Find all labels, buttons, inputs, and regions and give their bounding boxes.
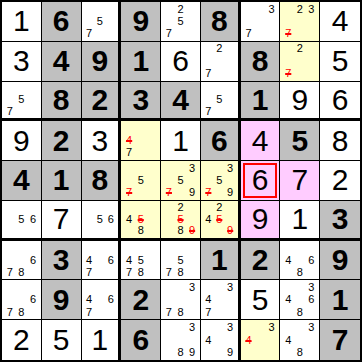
candidate-7: 7 [4, 266, 16, 278]
candidate-grid: 37 [241, 2, 280, 41]
candidate-5: 5 [94, 213, 105, 225]
given-digit: 9 [53, 285, 70, 315]
candidate-6: 6 [27, 254, 39, 266]
cell-r4c2[interactable]: 2 [42, 121, 82, 161]
cell-r7c1[interactable]: 678 [2, 241, 42, 281]
given-digit: 1 [132, 46, 149, 76]
solved-digit: 7 [291, 165, 308, 195]
cell-r4c8[interactable]: 5 [280, 121, 320, 161]
cell-r8c5[interactable]: 378 [161, 280, 201, 320]
solved-digit: 8 [332, 126, 349, 156]
cell-r2c7[interactable]: 8 [241, 42, 281, 82]
eliminated-candidate-9: 9 [186, 225, 198, 237]
eliminated-candidate-7: 7 [282, 67, 294, 79]
cell-r6c1[interactable]: 56 [2, 201, 42, 241]
candidate-4: 4 [203, 334, 214, 347]
candidate-7: 7 [84, 266, 95, 278]
cell-r1c8[interactable]: 237 [280, 2, 320, 42]
given-digit: 6 [211, 126, 228, 156]
solved-digit: 9 [252, 204, 269, 234]
cell-r8c2[interactable]: 9 [42, 280, 82, 320]
given-digit: 6 [53, 6, 70, 36]
cell-r7c2[interactable]: 3 [42, 241, 82, 281]
given-digit: 4 [172, 85, 189, 115]
cell-r6c3[interactable]: 56 [82, 201, 122, 241]
cell-r9c7[interactable]: 34 [241, 320, 281, 360]
candidate-6: 6 [105, 213, 116, 225]
cell-r2c8[interactable]: 27 [280, 42, 320, 82]
cell-r4c7[interactable]: 4 [241, 121, 281, 161]
cell-r9c2[interactable]: 5 [42, 320, 82, 360]
candidate-grid: 3468 [280, 280, 319, 319]
candidate-4: 4 [282, 294, 294, 306]
candidate-grid: 389 [161, 320, 200, 360]
eliminated-candidate-5: 5 [214, 213, 225, 225]
candidate-7: 7 [163, 28, 175, 40]
candidate-3: 3 [186, 321, 198, 334]
candidate-3: 3 [266, 3, 278, 15]
candidate-5: 5 [214, 94, 225, 106]
cell-r2c9[interactable]: 5 [320, 42, 360, 82]
eliminated-candidate-9: 9 [225, 225, 236, 237]
candidate-7: 7 [84, 306, 95, 318]
candidate-grid: 347 [201, 280, 238, 319]
candidate-grid: 3597 [201, 161, 238, 200]
candidate-grid: 57 [121, 161, 160, 200]
given-digit: 8 [92, 165, 109, 195]
candidate-7: 7 [123, 266, 135, 278]
candidate-grid: 27 [201, 42, 238, 81]
candidate-8: 8 [135, 225, 147, 237]
eliminated-candidate-7: 7 [282, 28, 294, 40]
candidate-8: 8 [294, 346, 306, 359]
candidate-6: 6 [27, 213, 39, 225]
solved-digit: 1 [13, 6, 30, 36]
cell-r1c4[interactable]: 9 [121, 2, 161, 42]
cell-r6c9[interactable]: 3 [320, 201, 360, 241]
candidate-7: 7 [4, 106, 16, 118]
candidate-4: 4 [84, 254, 95, 266]
given-digit: 2 [53, 126, 70, 156]
cell-r2c4[interactable]: 1 [121, 42, 161, 82]
cell-r4c6[interactable]: 6 [201, 121, 241, 161]
solved-digit: 5 [332, 46, 349, 76]
cell-r1c2[interactable]: 6 [42, 2, 82, 42]
candidate-8: 8 [175, 306, 187, 318]
cell-r7c7[interactable]: 2 [241, 241, 281, 281]
cell-r4c4[interactable]: 74 [121, 121, 161, 161]
given-digit: 4 [13, 165, 30, 195]
candidate-grid: 467 [82, 280, 119, 319]
candidate-grid: 467 [82, 241, 119, 280]
candidate-4: 4 [203, 213, 214, 225]
solved-digit: 3 [92, 126, 109, 156]
cell-r8c6[interactable]: 347 [201, 280, 241, 320]
candidate-grid: 74 [121, 121, 160, 160]
given-digit: 3 [53, 245, 70, 275]
solved-digit: 4 [252, 126, 269, 156]
candidate-grid: 56 [2, 201, 41, 238]
candidate-7: 7 [163, 306, 175, 318]
candidate-5: 5 [214, 174, 225, 186]
cell-r7c5[interactable]: 578 [161, 241, 201, 281]
cell-r2c6[interactable]: 27 [201, 42, 241, 82]
cell-r3c1[interactable]: 57 [2, 82, 42, 122]
given-digit: 8 [53, 85, 70, 115]
candidate-6: 6 [27, 294, 39, 306]
candidate-3: 3 [225, 281, 236, 293]
solved-digit: 2 [332, 165, 349, 195]
candidate-grid: 27 [280, 42, 319, 81]
given-digit: 8 [211, 6, 228, 36]
candidate-8: 8 [175, 346, 187, 359]
solved-digit: 6 [252, 165, 269, 195]
candidate-8: 8 [175, 266, 187, 278]
cell-r2c3[interactable]: 9 [82, 42, 122, 82]
candidate-7: 7 [123, 147, 135, 159]
candidate-5: 5 [16, 94, 28, 106]
candidate-grid: 678 [2, 280, 41, 319]
candidate-4: 4 [123, 254, 135, 266]
candidate-grid: 578 [161, 241, 200, 280]
cell-r3c2[interactable]: 8 [42, 82, 82, 122]
given-digit: 9 [92, 46, 109, 76]
candidate-grid: 348 [280, 320, 319, 360]
given-digit: 3 [132, 85, 149, 115]
cell-r5c8[interactable]: 7 [280, 161, 320, 201]
candidate-9: 9 [186, 187, 198, 199]
cell-r6c2[interactable]: 7 [42, 201, 82, 241]
given-digit: 8 [252, 46, 269, 76]
cell-r6c5[interactable]: 2859 [161, 201, 201, 241]
eliminated-candidate-5: 5 [175, 213, 187, 225]
cell-r1c7[interactable]: 37 [241, 2, 281, 42]
candidate-8: 8 [175, 225, 187, 237]
cell-r2c5[interactable]: 6 [161, 42, 201, 82]
cell-r7c4[interactable]: 4578 [121, 241, 161, 281]
cell-r5c6[interactable]: 3597 [201, 161, 241, 201]
cell-r3c6[interactable]: 57 [201, 82, 241, 122]
cell-r7c8[interactable]: 468 [280, 241, 320, 281]
cell-r4c1[interactable]: 9 [2, 121, 42, 161]
cell-r9c5[interactable]: 389 [161, 320, 201, 360]
cell-r8c8[interactable]: 3468 [280, 280, 320, 320]
given-digit: 1 [53, 165, 70, 195]
candidate-8: 8 [16, 306, 28, 318]
candidate-3: 3 [186, 162, 198, 174]
candidate-4: 4 [84, 294, 95, 306]
candidate-8: 8 [294, 266, 306, 278]
cell-r6c6[interactable]: 2459 [201, 201, 241, 241]
eliminated-candidate-7: 7 [163, 187, 175, 199]
given-digit: 9 [332, 245, 349, 275]
candidate-7: 7 [203, 67, 214, 79]
cell-r3c3[interactable]: 2 [82, 82, 122, 122]
cell-r4c5[interactable]: 1 [161, 121, 201, 161]
cell-r2c1[interactable]: 3 [2, 42, 42, 82]
cell-r7c9[interactable]: 9 [320, 241, 360, 281]
cell-r5c7[interactable]: 6 [241, 161, 281, 201]
cell-r5c5[interactable]: 3597 [161, 161, 201, 201]
cell-r3c9[interactable]: 6 [320, 82, 360, 122]
cell-r6c8[interactable]: 1 [280, 201, 320, 241]
eliminated-candidate-7: 7 [203, 187, 214, 199]
cell-r8c7[interactable]: 5 [241, 280, 281, 320]
candidate-grid: 3597 [161, 161, 200, 200]
cell-r5c9[interactable]: 2 [320, 161, 360, 201]
given-digit: 5 [291, 126, 308, 156]
given-digit: 9 [132, 6, 149, 36]
given-digit: 1 [252, 85, 269, 115]
candidate-6: 6 [105, 254, 116, 266]
given-digit: 2 [132, 285, 149, 315]
candidate-9: 9 [186, 346, 198, 359]
cell-r3c7[interactable]: 1 [241, 82, 281, 122]
candidate-2: 2 [294, 43, 306, 55]
candidate-2: 2 [175, 202, 187, 214]
candidate-3: 3 [306, 3, 318, 15]
candidate-grid: 56 [82, 201, 119, 238]
candidate-3: 3 [306, 281, 318, 293]
solved-digit: 2 [13, 325, 30, 355]
candidate-grid: 2859 [161, 201, 200, 238]
candidate-grid: 57 [2, 82, 41, 119]
candidate-2: 2 [214, 43, 225, 55]
candidate-9: 9 [225, 187, 236, 199]
candidate-6: 6 [105, 294, 116, 306]
cell-r8c3[interactable]: 467 [82, 280, 122, 320]
candidate-8: 8 [135, 266, 147, 278]
solved-digit: 1 [92, 325, 109, 355]
cell-r5c3[interactable]: 8 [82, 161, 122, 201]
cell-r9c8[interactable]: 348 [280, 320, 320, 360]
candidate-7: 7 [243, 28, 255, 40]
candidate-grid: 485 [121, 201, 160, 238]
solved-digit: 9 [291, 85, 308, 115]
candidate-5: 5 [175, 254, 187, 266]
solved-digit: 1 [291, 204, 308, 234]
given-digit: 1 [211, 245, 228, 275]
given-digit: 4 [53, 46, 70, 76]
candidate-3: 3 [225, 321, 236, 334]
candidate-grid: 257 [161, 2, 200, 41]
candidate-7: 7 [203, 106, 214, 118]
given-digit: 2 [252, 245, 269, 275]
candidate-grid: 34 [241, 320, 280, 360]
cell-r1c9[interactable]: 4 [320, 2, 360, 42]
solved-digit: 5 [252, 285, 269, 315]
cell-r9c4[interactable]: 6 [121, 320, 161, 360]
eliminated-candidate-4: 4 [243, 334, 255, 347]
candidate-5: 5 [135, 254, 147, 266]
cell-r6c4[interactable]: 485 [121, 201, 161, 241]
given-digit: 2 [92, 85, 109, 115]
candidate-grid: 57 [82, 2, 119, 41]
solved-digit: 3 [13, 46, 30, 76]
solved-digit: 9 [13, 126, 30, 156]
cell-r5c4[interactable]: 57 [121, 161, 161, 201]
cell-r6c7[interactable]: 9 [241, 201, 281, 241]
candidate-3: 3 [186, 281, 198, 293]
solved-digit: 5 [53, 325, 70, 355]
candidate-6: 6 [306, 254, 318, 266]
eliminated-candidate-7: 7 [123, 187, 135, 199]
candidate-5: 5 [175, 174, 187, 186]
candidate-grid: 237 [280, 2, 319, 41]
candidate-4: 4 [282, 254, 294, 266]
candidate-3: 3 [306, 321, 318, 334]
candidate-6: 6 [306, 294, 318, 306]
solved-digit: 1 [172, 126, 189, 156]
cell-r9c6[interactable]: 349 [201, 320, 241, 360]
candidate-3: 3 [225, 162, 236, 174]
cell-r1c1[interactable]: 1 [2, 2, 42, 42]
candidate-7: 7 [4, 306, 16, 318]
cell-r4c9[interactable]: 8 [320, 121, 360, 161]
candidate-grid: 468 [280, 241, 319, 280]
candidate-grid: 57 [201, 82, 238, 119]
eliminated-candidate-5: 5 [135, 213, 147, 225]
candidate-grid: 678 [2, 241, 41, 280]
cell-r7c6[interactable]: 1 [201, 241, 241, 281]
given-digit: 1 [332, 285, 349, 315]
cell-r5c1[interactable]: 4 [2, 161, 42, 201]
given-digit: 3 [332, 204, 349, 234]
solved-digit: 7 [53, 204, 70, 234]
candidate-7: 7 [203, 306, 214, 318]
cell-r9c3[interactable]: 1 [82, 320, 122, 360]
sudoku-board: 1657925783723743491627827557823457196923… [0, 0, 362, 362]
cell-r9c9[interactable]: 7 [320, 320, 360, 360]
candidate-4: 4 [282, 334, 294, 347]
cell-r3c4[interactable]: 3 [121, 82, 161, 122]
solved-digit: 4 [332, 6, 349, 36]
solved-digit: 6 [332, 85, 349, 115]
cell-r4c3[interactable]: 3 [82, 121, 122, 161]
solved-digit: 6 [172, 46, 189, 76]
given-digit: 7 [332, 325, 349, 355]
cell-r8c9[interactable]: 1 [320, 280, 360, 320]
cell-r8c1[interactable]: 678 [2, 280, 42, 320]
candidate-grid: 4578 [121, 241, 160, 280]
candidate-2: 2 [294, 3, 306, 15]
candidate-3: 3 [266, 321, 278, 334]
candidate-7: 7 [84, 28, 95, 40]
candidate-5: 5 [16, 213, 28, 225]
cell-r5c2[interactable]: 1 [42, 161, 82, 201]
eliminated-candidate-4: 4 [123, 135, 135, 147]
cell-r1c6[interactable]: 8 [201, 2, 241, 42]
candidate-4: 4 [203, 294, 214, 306]
candidate-4: 4 [123, 213, 135, 225]
given-digit: 6 [132, 325, 149, 355]
candidate-2: 2 [175, 3, 187, 15]
cell-r2c2[interactable]: 4 [42, 42, 82, 82]
cell-r3c5[interactable]: 4 [161, 82, 201, 122]
candidate-8: 8 [294, 306, 306, 318]
candidate-5: 5 [135, 174, 147, 186]
candidate-5: 5 [94, 15, 105, 27]
candidate-8: 8 [16, 266, 28, 278]
cell-r1c5[interactable]: 257 [161, 2, 201, 42]
candidate-grid: 349 [201, 320, 238, 360]
candidate-grid: 378 [161, 280, 200, 319]
candidate-grid: 2459 [201, 201, 238, 238]
cell-r3c8[interactable]: 9 [280, 82, 320, 122]
cell-r9c1[interactable]: 2 [2, 320, 42, 360]
candidate-2: 2 [214, 202, 225, 214]
cell-r7c3[interactable]: 467 [82, 241, 122, 281]
candidate-7: 7 [163, 266, 175, 278]
cell-r8c4[interactable]: 2 [121, 280, 161, 320]
cell-r1c3[interactable]: 57 [82, 2, 122, 42]
candidate-9: 9 [225, 346, 236, 359]
candidate-5: 5 [175, 15, 187, 27]
